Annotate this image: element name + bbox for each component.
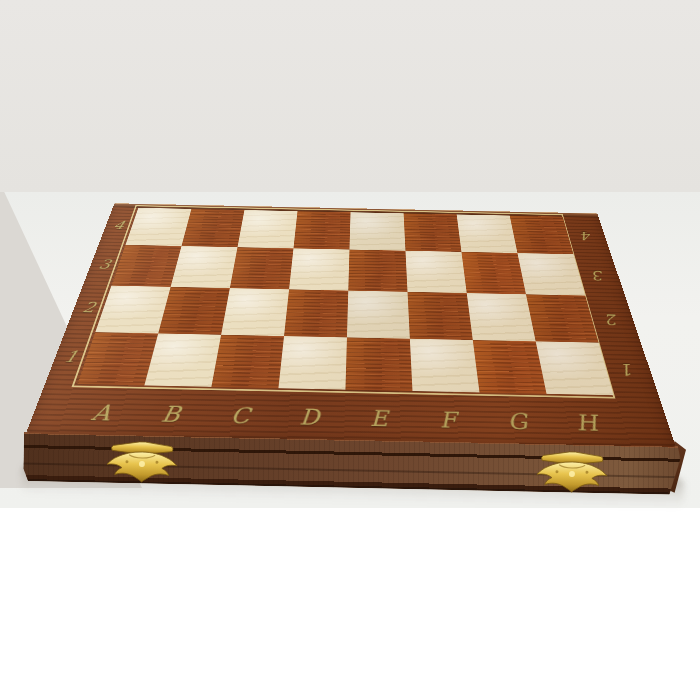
file-label-d: D [274,404,345,431]
square-b3 [171,246,238,288]
square-f3 [405,250,466,293]
square-f1 [410,338,480,392]
square-g4 [457,214,518,252]
file-label-g: G [482,408,556,435]
file-label-f: F [413,407,485,434]
chess-board-lid: ABCDEFGH 4321 4321 [26,203,676,447]
file-label-h: H [550,410,626,437]
square-e2 [347,291,410,339]
file-label-a: A [63,400,140,427]
square-f2 [408,292,473,340]
square-b4 [182,209,245,247]
square-g3 [461,252,526,295]
board-squares-grid [77,208,613,395]
foreground-matte [0,508,700,700]
square-b1 [144,333,221,387]
square-b2 [158,287,230,335]
square-d1 [278,336,347,390]
square-e1 [345,337,412,391]
square-c3 [230,247,294,289]
square-e3 [348,249,407,292]
file-label-e: E [344,405,414,432]
square-d2 [284,289,348,337]
file-label-c: C [204,403,277,430]
product-photo: ABCDEFGH 4321 4321 [0,0,700,700]
file-label-b: B [133,401,208,428]
square-e4 [349,212,405,250]
brass-clasp-left-icon [105,437,179,487]
background-wall [0,0,700,192]
square-d4 [294,211,351,249]
brass-clasp-right-icon [535,447,609,497]
square-c1 [211,334,284,388]
square-f4 [404,213,462,251]
square-g1 [473,340,547,394]
square-c4 [238,210,298,248]
square-c2 [221,288,289,336]
square-g2 [467,293,536,341]
square-d3 [289,248,349,291]
